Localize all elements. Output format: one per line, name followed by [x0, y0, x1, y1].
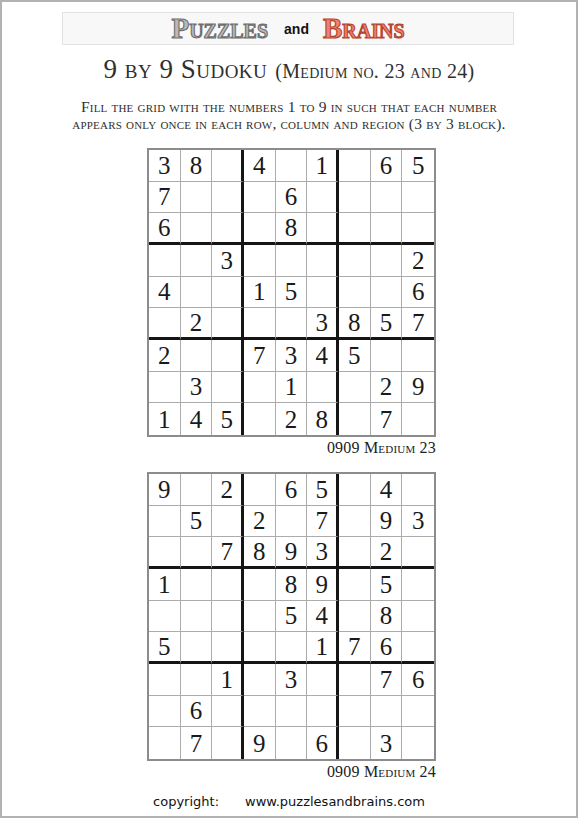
sudoku-cell-r8c2: 3: [181, 372, 213, 404]
sudoku-cell-r4c4: [244, 245, 276, 277]
sudoku-cell-r4c8: 5: [371, 569, 403, 601]
puzzle-block-23: 384165766832415623857273453129145287 090…: [147, 148, 436, 457]
sudoku-cell-r2c6: [307, 182, 339, 214]
sudoku-cell-r3c8: 2: [371, 537, 403, 569]
sudoku-cell-r9c6: 8: [307, 403, 339, 435]
sudoku-cell-r1c9: 5: [402, 150, 434, 182]
puzzle-caption-24: 0909 Medium 24: [147, 763, 436, 781]
sudoku-cell-r5c2: [181, 601, 213, 633]
sudoku-cell-r3c5: 9: [276, 537, 308, 569]
sudoku-cell-r6c2: [181, 632, 213, 664]
sudoku-cell-r8c6: [307, 372, 339, 404]
sudoku-cell-r6c4: [244, 632, 276, 664]
sudoku-cell-r3c6: [307, 213, 339, 245]
sudoku-cell-r1c9: [402, 474, 434, 506]
sudoku-cell-r7c1: [149, 664, 181, 696]
sudoku-cell-r9c1: 1: [149, 403, 181, 435]
title-main: 9 by 9 Sudoku: [104, 54, 268, 84]
sudoku-cell-r7c9: 6: [402, 664, 434, 696]
sudoku-cell-r8c4: [244, 696, 276, 728]
sudoku-cell-r2c7: [339, 182, 371, 214]
sudoku-cell-r7c3: [212, 340, 244, 372]
sudoku-cell-r1c4: [244, 474, 276, 506]
sudoku-cell-r1c8: 6: [371, 150, 403, 182]
sudoku-cell-r8c6: [307, 696, 339, 728]
sudoku-cell-r8c8: 2: [371, 372, 403, 404]
sudoku-cell-r4c9: 2: [402, 245, 434, 277]
sudoku-cell-r2c5: [276, 506, 308, 538]
sudoku-cell-r4c3: [212, 569, 244, 601]
sudoku-cell-r8c2: 6: [181, 696, 213, 728]
sudoku-cell-r7c4: [244, 664, 276, 696]
sudoku-cell-r9c5: [276, 727, 308, 759]
sudoku-cell-r3c1: 6: [149, 213, 181, 245]
sudoku-cell-r7c2: [181, 664, 213, 696]
sudoku-cell-r8c7: [339, 696, 371, 728]
sudoku-cell-r4c1: 1: [149, 569, 181, 601]
sudoku-cell-r6c7: 7: [339, 632, 371, 664]
sudoku-cell-r8c3: [212, 696, 244, 728]
sudoku-cell-r4c7: [339, 569, 371, 601]
sudoku-cell-r7c7: [339, 664, 371, 696]
sudoku-cell-r4c2: [181, 245, 213, 277]
sudoku-cell-r6c5: [276, 308, 308, 340]
sudoku-cell-r1c1: 3: [149, 150, 181, 182]
sudoku-cell-r9c2: 4: [181, 403, 213, 435]
sudoku-cell-r1c7: [339, 150, 371, 182]
sudoku-cell-r2c6: 7: [307, 506, 339, 538]
sudoku-cell-r9c7: [339, 403, 371, 435]
puzzle-caption-23: 0909 Medium 23: [147, 439, 436, 457]
sudoku-cell-r7c5: 3: [276, 664, 308, 696]
sudoku-cell-r9c4: [244, 403, 276, 435]
sudoku-cell-r7c6: [307, 664, 339, 696]
sudoku-cell-r9c9: [402, 727, 434, 759]
sudoku-cell-r4c6: 9: [307, 569, 339, 601]
sudoku-cell-r8c5: 1: [276, 372, 308, 404]
sudoku-cell-r7c8: [371, 340, 403, 372]
logo-puzzles-text: Puzzles: [171, 14, 268, 43]
sudoku-cell-r4c8: [371, 245, 403, 277]
sudoku-cell-r3c7: [339, 213, 371, 245]
sudoku-cell-r1c4: 4: [244, 150, 276, 182]
sudoku-cell-r2c8: 9: [371, 506, 403, 538]
sudoku-cell-r7c8: 7: [371, 664, 403, 696]
sudoku-cell-r3c2: [181, 213, 213, 245]
sudoku-cell-r3c6: 3: [307, 537, 339, 569]
sudoku-cell-r7c2: [181, 340, 213, 372]
sudoku-cell-r2c1: 7: [149, 182, 181, 214]
sudoku-cell-r5c4: 1: [244, 277, 276, 309]
sudoku-cell-r3c5: 8: [276, 213, 308, 245]
sudoku-cell-r6c8: 6: [371, 632, 403, 664]
sudoku-cell-r5c8: [371, 277, 403, 309]
sudoku-cell-r9c9: [402, 403, 434, 435]
sudoku-cell-r9c6: 6: [307, 727, 339, 759]
sudoku-cell-r6c6: 3: [307, 308, 339, 340]
sudoku-cell-r4c6: [307, 245, 339, 277]
sudoku-cell-r2c8: [371, 182, 403, 214]
sudoku-cell-r9c7: [339, 727, 371, 759]
sudoku-cell-r6c4: [244, 308, 276, 340]
sudoku-grid-medium-24: 92654527937893218955485176137667963: [147, 472, 436, 761]
sudoku-cell-r5c6: 4: [307, 601, 339, 633]
sudoku-cell-r7c3: 1: [212, 664, 244, 696]
sudoku-cell-r8c4: [244, 372, 276, 404]
sudoku-cell-r4c5: [276, 245, 308, 277]
sudoku-cell-r3c4: [244, 213, 276, 245]
sudoku-cell-r7c4: 7: [244, 340, 276, 372]
sudoku-cell-r4c9: [402, 569, 434, 601]
sudoku-cell-r1c5: [276, 150, 308, 182]
sudoku-cell-r4c5: 8: [276, 569, 308, 601]
sudoku-cell-r5c3: [212, 601, 244, 633]
sudoku-cell-r9c1: [149, 727, 181, 759]
sudoku-cell-r4c1: [149, 245, 181, 277]
instructions-line-1: Fill the grid with the numbers 1 to 9 in…: [2, 98, 576, 115]
sudoku-cell-r2c9: [402, 182, 434, 214]
page: Puzzles and Brains 9 by 9 Sudoku (Medium…: [0, 0, 578, 818]
sudoku-cell-r3c1: [149, 537, 181, 569]
sudoku-cell-r3c3: [212, 213, 244, 245]
sudoku-cell-r2c4: [244, 182, 276, 214]
sudoku-cell-r6c1: 5: [149, 632, 181, 664]
sudoku-cell-r1c1: 9: [149, 474, 181, 506]
logo-and-text: and: [284, 21, 309, 37]
sudoku-cell-r5c3: [212, 277, 244, 309]
sudoku-cell-r3c8: [371, 213, 403, 245]
sudoku-cell-r3c7: [339, 537, 371, 569]
sudoku-cell-r4c7: [339, 245, 371, 277]
sudoku-cell-r6c8: 5: [371, 308, 403, 340]
sudoku-cell-r9c3: 5: [212, 403, 244, 435]
footer: copyright:www.puzzlesandbrains.com: [2, 794, 576, 809]
sudoku-cell-r5c5: 5: [276, 277, 308, 309]
sudoku-cell-r5c8: 8: [371, 601, 403, 633]
sudoku-cell-r8c3: [212, 372, 244, 404]
sudoku-cell-r6c3: [212, 308, 244, 340]
sudoku-cell-r5c1: [149, 601, 181, 633]
sudoku-cell-r6c2: 2: [181, 308, 213, 340]
sudoku-cell-r4c4: [244, 569, 276, 601]
sudoku-cell-r6c9: [402, 632, 434, 664]
sudoku-cell-r9c3: [212, 727, 244, 759]
sudoku-cell-r8c1: [149, 696, 181, 728]
page-title: 9 by 9 Sudoku (Medium no. 23 and 24): [2, 54, 576, 85]
sudoku-cell-r5c9: 6: [402, 277, 434, 309]
sudoku-cell-r8c1: [149, 372, 181, 404]
sudoku-cell-r9c2: 7: [181, 727, 213, 759]
logo-brains-text: Brains: [323, 14, 405, 43]
sudoku-cell-r1c6: 1: [307, 150, 339, 182]
sudoku-cell-r1c8: 4: [371, 474, 403, 506]
sudoku-cell-r6c7: 8: [339, 308, 371, 340]
sudoku-cell-r2c7: [339, 506, 371, 538]
sudoku-cell-r8c7: [339, 372, 371, 404]
sudoku-cell-r2c9: 3: [402, 506, 434, 538]
sudoku-cell-r2c5: 6: [276, 182, 308, 214]
sudoku-cell-r1c3: [212, 150, 244, 182]
title-sub: (Medium no. 23 and 24): [275, 60, 474, 82]
sudoku-cell-r9c5: 2: [276, 403, 308, 435]
sudoku-cell-r5c4: [244, 601, 276, 633]
sudoku-cell-r3c2: [181, 537, 213, 569]
sudoku-cell-r8c9: [402, 696, 434, 728]
sudoku-grid-medium-23: 384165766832415623857273453129145287: [147, 148, 436, 437]
instructions-line-2: appears only once in each row, column an…: [2, 115, 576, 132]
website-link[interactable]: www.puzzlesandbrains.com: [245, 794, 425, 809]
sudoku-cell-r1c2: [181, 474, 213, 506]
sudoku-cell-r6c3: [212, 632, 244, 664]
sudoku-cell-r1c2: 8: [181, 150, 213, 182]
sudoku-cell-r4c3: 3: [212, 245, 244, 277]
sudoku-cell-r8c5: [276, 696, 308, 728]
sudoku-cell-r9c8: 3: [371, 727, 403, 759]
sudoku-cell-r7c7: 5: [339, 340, 371, 372]
logo-banner: Puzzles and Brains: [62, 12, 514, 45]
sudoku-cell-r7c6: 4: [307, 340, 339, 372]
sudoku-cell-r2c4: 2: [244, 506, 276, 538]
sudoku-cell-r6c9: 7: [402, 308, 434, 340]
sudoku-cell-r6c6: 1: [307, 632, 339, 664]
sudoku-cell-r2c3: [212, 506, 244, 538]
sudoku-cell-r1c7: [339, 474, 371, 506]
sudoku-cell-r1c6: 5: [307, 474, 339, 506]
sudoku-cell-r9c8: 7: [371, 403, 403, 435]
sudoku-cell-r2c1: [149, 506, 181, 538]
sudoku-cell-r2c2: [181, 182, 213, 214]
sudoku-cell-r6c5: [276, 632, 308, 664]
sudoku-cell-r5c2: [181, 277, 213, 309]
sudoku-cell-r2c2: 5: [181, 506, 213, 538]
sudoku-cell-r7c1: 2: [149, 340, 181, 372]
sudoku-cell-r6c1: [149, 308, 181, 340]
puzzle-block-24: 92654527937893218955485176137667963 0909…: [147, 472, 436, 781]
sudoku-cell-r7c9: [402, 340, 434, 372]
sudoku-cell-r7c5: 3: [276, 340, 308, 372]
sudoku-cell-r3c9: [402, 213, 434, 245]
sudoku-cell-r2c3: [212, 182, 244, 214]
copyright-label: copyright:: [153, 794, 219, 809]
sudoku-cell-r3c3: 7: [212, 537, 244, 569]
sudoku-cell-r3c9: [402, 537, 434, 569]
sudoku-cell-r1c5: 6: [276, 474, 308, 506]
sudoku-cell-r4c2: [181, 569, 213, 601]
sudoku-cell-r5c6: [307, 277, 339, 309]
sudoku-cell-r5c7: [339, 601, 371, 633]
sudoku-cell-r8c9: 9: [402, 372, 434, 404]
instructions: Fill the grid with the numbers 1 to 9 in…: [2, 98, 576, 132]
sudoku-cell-r5c7: [339, 277, 371, 309]
sudoku-cell-r5c5: 5: [276, 601, 308, 633]
sudoku-cell-r1c3: 2: [212, 474, 244, 506]
sudoku-cell-r5c1: 4: [149, 277, 181, 309]
sudoku-cell-r9c4: 9: [244, 727, 276, 759]
sudoku-cell-r8c8: [371, 696, 403, 728]
sudoku-cell-r5c9: [402, 601, 434, 633]
sudoku-cell-r3c4: 8: [244, 537, 276, 569]
